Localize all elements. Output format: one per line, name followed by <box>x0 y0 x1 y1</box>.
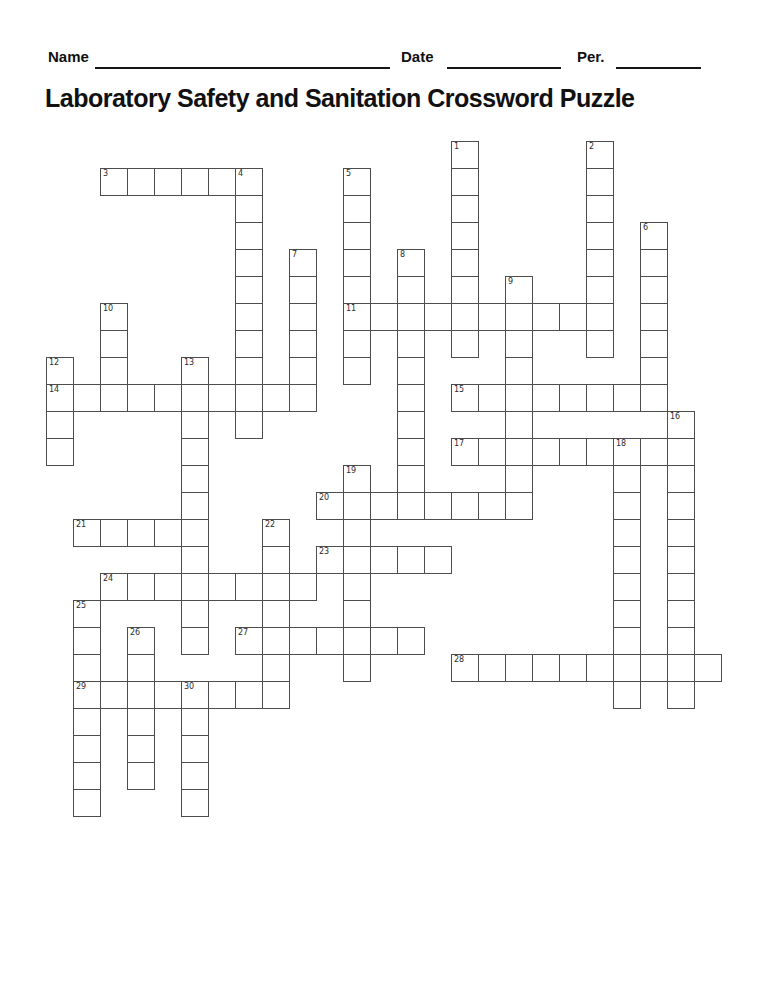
grid-cell[interactable] <box>262 546 290 574</box>
grid-cell[interactable] <box>694 654 722 682</box>
grid-cell[interactable] <box>181 384 209 412</box>
grid-cell[interactable]: 1 <box>451 141 479 169</box>
grid-cell[interactable] <box>505 411 533 439</box>
grid-cell[interactable] <box>154 384 182 412</box>
grid-cell[interactable] <box>181 411 209 439</box>
clue-number: 4 <box>238 169 243 179</box>
grid-cell[interactable]: 27 <box>235 627 263 655</box>
grid-cell[interactable] <box>667 519 695 547</box>
grid-cell[interactable] <box>343 276 371 304</box>
grid-cell[interactable] <box>100 681 128 709</box>
grid-cell[interactable] <box>343 600 371 628</box>
grid-cell[interactable] <box>505 303 533 331</box>
grid-cell[interactable]: 16 <box>667 411 695 439</box>
grid-cell[interactable] <box>289 627 317 655</box>
grid-cell[interactable] <box>478 303 506 331</box>
grid-cell[interactable] <box>478 654 506 682</box>
grid-cell[interactable] <box>370 492 398 520</box>
grid-cell[interactable] <box>289 330 317 358</box>
grid-cell[interactable] <box>451 195 479 223</box>
grid-cell[interactable] <box>640 276 668 304</box>
grid-cell[interactable] <box>586 654 614 682</box>
grid-cell[interactable] <box>667 492 695 520</box>
grid-cell[interactable] <box>73 762 101 790</box>
grid-cell[interactable] <box>667 438 695 466</box>
clue-number: 27 <box>238 628 248 638</box>
grid-cell[interactable]: 17 <box>451 438 479 466</box>
grid-cell[interactable] <box>397 627 425 655</box>
grid-cell[interactable] <box>370 627 398 655</box>
grid-cell[interactable] <box>397 330 425 358</box>
grid-cell[interactable] <box>73 627 101 655</box>
grid-cell[interactable] <box>451 222 479 250</box>
grid-cell[interactable] <box>181 492 209 520</box>
grid-cell[interactable] <box>127 519 155 547</box>
grid-cell[interactable] <box>397 357 425 385</box>
grid-cell[interactable] <box>262 384 290 412</box>
grid-cell[interactable] <box>451 249 479 277</box>
grid-cell[interactable] <box>181 708 209 736</box>
grid-cell[interactable] <box>73 654 101 682</box>
clue-number: 16 <box>670 412 680 422</box>
grid-cell[interactable] <box>235 276 263 304</box>
grid-cell[interactable] <box>640 330 668 358</box>
clue-number: 28 <box>454 655 464 665</box>
grid-cell[interactable] <box>235 222 263 250</box>
clue-number: 15 <box>454 385 464 395</box>
grid-cell[interactable] <box>127 735 155 763</box>
grid-cell[interactable] <box>235 195 263 223</box>
grid-cell[interactable] <box>505 330 533 358</box>
grid-cell[interactable]: 23 <box>316 546 344 574</box>
grid-cell[interactable] <box>235 357 263 385</box>
clue-number: 21 <box>76 520 86 530</box>
clue-number: 10 <box>103 304 113 314</box>
grid-cell[interactable] <box>262 573 290 601</box>
grid-cell[interactable] <box>640 303 668 331</box>
grid-cell[interactable] <box>586 384 614 412</box>
clue-number: 2 <box>589 142 594 152</box>
grid-cell[interactable]: 8 <box>397 249 425 277</box>
grid-cell[interactable]: 21 <box>73 519 101 547</box>
grid-cell[interactable] <box>478 384 506 412</box>
grid-cell[interactable] <box>343 546 371 574</box>
grid-cell[interactable] <box>289 573 317 601</box>
grid-cell[interactable] <box>532 654 560 682</box>
grid-cell[interactable] <box>451 168 479 196</box>
grid-cell[interactable] <box>154 573 182 601</box>
grid-cell[interactable] <box>505 465 533 493</box>
grid-cell[interactable] <box>397 303 425 331</box>
clue-number: 5 <box>346 169 351 179</box>
grid-cell[interactable] <box>127 384 155 412</box>
grid-cell[interactable]: 4 <box>235 168 263 196</box>
grid-cell[interactable] <box>397 465 425 493</box>
grid-cell[interactable] <box>613 492 641 520</box>
grid-cell[interactable] <box>397 546 425 574</box>
grid-cell[interactable] <box>640 438 668 466</box>
grid-cell[interactable] <box>181 573 209 601</box>
grid-cell[interactable] <box>343 519 371 547</box>
grid-cell[interactable] <box>370 546 398 574</box>
grid-cell[interactable] <box>505 438 533 466</box>
grid-cell[interactable] <box>586 303 614 331</box>
grid-cell[interactable]: 24 <box>100 573 128 601</box>
grid-cell[interactable] <box>100 330 128 358</box>
grid-cell[interactable] <box>559 303 587 331</box>
grid-cell[interactable] <box>208 168 236 196</box>
clue-number: 19 <box>346 466 356 476</box>
grid-cell[interactable]: 12 <box>46 357 74 385</box>
grid-cell[interactable] <box>343 654 371 682</box>
grid-cell[interactable] <box>667 627 695 655</box>
clue-number: 8 <box>400 250 405 260</box>
grid-cell[interactable] <box>181 600 209 628</box>
clue-number: 7 <box>292 250 297 260</box>
grid-cell[interactable] <box>127 168 155 196</box>
grid-cell[interactable] <box>316 627 344 655</box>
grid-cell[interactable] <box>127 762 155 790</box>
grid-cell[interactable] <box>667 546 695 574</box>
clue-number: 6 <box>643 223 648 233</box>
grid-cell[interactable] <box>127 708 155 736</box>
grid-cell[interactable] <box>370 303 398 331</box>
clue-number: 23 <box>319 547 329 557</box>
grid-cell[interactable] <box>235 411 263 439</box>
grid-cell[interactable]: 18 <box>613 438 641 466</box>
grid-cell[interactable] <box>559 384 587 412</box>
grid-cell[interactable] <box>235 249 263 277</box>
grid-cell[interactable] <box>343 195 371 223</box>
grid-cell[interactable]: 5 <box>343 168 371 196</box>
grid-cell[interactable] <box>397 492 425 520</box>
grid-cell[interactable] <box>289 357 317 385</box>
grid-cell[interactable] <box>667 654 695 682</box>
grid-cell[interactable] <box>181 519 209 547</box>
grid-cell[interactable]: 30 <box>181 681 209 709</box>
grid-cell[interactable] <box>640 249 668 277</box>
crossword-grid: 1234567891011121314151617181920212223242… <box>0 0 768 994</box>
clue-number: 9 <box>508 277 513 287</box>
grid-cell[interactable] <box>586 249 614 277</box>
grid-cell[interactable] <box>613 546 641 574</box>
grid-cell[interactable] <box>343 249 371 277</box>
grid-cell[interactable] <box>586 222 614 250</box>
grid-cell[interactable]: 29 <box>73 681 101 709</box>
grid-cell[interactable] <box>532 384 560 412</box>
grid-cell[interactable] <box>100 357 128 385</box>
grid-cell[interactable] <box>289 276 317 304</box>
clue-number: 30 <box>184 682 194 692</box>
clue-number: 14 <box>49 385 59 395</box>
clue-number: 20 <box>319 493 329 503</box>
grid-cell[interactable]: 3 <box>100 168 128 196</box>
grid-cell[interactable] <box>613 519 641 547</box>
grid-cell[interactable] <box>235 681 263 709</box>
grid-cell[interactable] <box>46 411 74 439</box>
grid-cell[interactable] <box>640 654 668 682</box>
grid-cell[interactable] <box>235 384 263 412</box>
grid-cell[interactable] <box>532 303 560 331</box>
grid-cell[interactable] <box>289 384 317 412</box>
grid-cell[interactable] <box>181 762 209 790</box>
grid-cell[interactable] <box>73 708 101 736</box>
grid-cell[interactable] <box>154 168 182 196</box>
grid-cell[interactable] <box>343 330 371 358</box>
grid-cell[interactable] <box>478 438 506 466</box>
grid-cell[interactable] <box>73 384 101 412</box>
grid-cell[interactable] <box>559 654 587 682</box>
clue-number: 17 <box>454 439 464 449</box>
grid-cell[interactable]: 2 <box>586 141 614 169</box>
grid-cell[interactable] <box>235 330 263 358</box>
grid-cell[interactable] <box>100 384 128 412</box>
grid-cell[interactable] <box>343 573 371 601</box>
clue-number: 22 <box>265 520 275 530</box>
grid-cell[interactable]: 28 <box>451 654 479 682</box>
clue-number: 18 <box>616 439 626 449</box>
clue-number: 13 <box>184 358 194 368</box>
grid-cell[interactable] <box>397 411 425 439</box>
grid-cell[interactable] <box>613 600 641 628</box>
grid-cell[interactable] <box>451 330 479 358</box>
grid-cell[interactable] <box>586 276 614 304</box>
grid-cell[interactable] <box>289 303 317 331</box>
grid-cell[interactable] <box>343 492 371 520</box>
grid-cell[interactable] <box>424 303 452 331</box>
grid-cell[interactable] <box>262 600 290 628</box>
grid-cell[interactable] <box>181 465 209 493</box>
grid-cell[interactable] <box>73 789 101 817</box>
grid-cell[interactable] <box>667 681 695 709</box>
grid-cell[interactable] <box>343 627 371 655</box>
grid-cell[interactable] <box>613 384 641 412</box>
grid-cell[interactable]: 15 <box>451 384 479 412</box>
grid-cell[interactable] <box>397 438 425 466</box>
grid-cell[interactable] <box>235 573 263 601</box>
worksheet-page: Name Date Per. Laboratory Safety and San… <box>0 0 768 994</box>
grid-cell[interactable] <box>613 627 641 655</box>
grid-cell[interactable] <box>613 573 641 601</box>
grid-cell[interactable] <box>667 465 695 493</box>
grid-cell[interactable] <box>181 168 209 196</box>
grid-cell[interactable]: 25 <box>73 600 101 628</box>
grid-cell[interactable] <box>424 492 452 520</box>
grid-cell[interactable]: 19 <box>343 465 371 493</box>
grid-cell[interactable] <box>505 384 533 412</box>
clue-number: 1 <box>454 142 459 152</box>
grid-cell[interactable]: 7 <box>289 249 317 277</box>
grid-cell[interactable] <box>613 654 641 682</box>
grid-cell[interactable] <box>451 492 479 520</box>
grid-cell[interactable] <box>343 222 371 250</box>
grid-cell[interactable] <box>586 330 614 358</box>
grid-cell[interactable] <box>73 735 101 763</box>
grid-cell[interactable] <box>397 276 425 304</box>
grid-cell[interactable] <box>667 573 695 601</box>
grid-cell[interactable] <box>613 681 641 709</box>
grid-cell[interactable] <box>451 303 479 331</box>
grid-cell[interactable] <box>505 357 533 385</box>
clue-number: 3 <box>103 169 108 179</box>
grid-cell[interactable]: 26 <box>127 627 155 655</box>
grid-cell[interactable] <box>640 384 668 412</box>
clue-number: 26 <box>130 628 140 638</box>
clue-number: 11 <box>346 304 356 314</box>
grid-cell[interactable] <box>262 627 290 655</box>
grid-cell[interactable] <box>613 465 641 493</box>
clue-number: 25 <box>76 601 86 611</box>
grid-cell[interactable] <box>262 681 290 709</box>
grid-cell[interactable] <box>235 303 263 331</box>
grid-cell[interactable] <box>667 600 695 628</box>
clue-number: 24 <box>103 574 113 584</box>
grid-cell[interactable] <box>478 492 506 520</box>
grid-cell[interactable] <box>181 627 209 655</box>
grid-cell[interactable] <box>100 519 128 547</box>
grid-cell[interactable] <box>559 438 587 466</box>
grid-cell[interactable] <box>505 492 533 520</box>
grid-cell[interactable] <box>586 168 614 196</box>
grid-cell[interactable] <box>424 546 452 574</box>
grid-cell[interactable] <box>586 438 614 466</box>
grid-cell[interactable] <box>154 519 182 547</box>
grid-cell[interactable] <box>208 384 236 412</box>
grid-cell[interactable] <box>181 735 209 763</box>
grid-cell[interactable] <box>127 654 155 682</box>
grid-cell[interactable] <box>181 546 209 574</box>
grid-cell[interactable] <box>181 438 209 466</box>
clue-number: 12 <box>49 358 59 368</box>
grid-cell[interactable] <box>451 276 479 304</box>
grid-cell[interactable] <box>532 438 560 466</box>
grid-cell[interactable] <box>343 357 371 385</box>
grid-cell[interactable] <box>127 681 155 709</box>
grid-cell[interactable]: 6 <box>640 222 668 250</box>
grid-cell[interactable] <box>46 438 74 466</box>
grid-cell[interactable]: 11 <box>343 303 371 331</box>
grid-cell[interactable]: 10 <box>100 303 128 331</box>
grid-cell[interactable] <box>208 573 236 601</box>
grid-cell[interactable] <box>397 384 425 412</box>
grid-cell[interactable]: 14 <box>46 384 74 412</box>
grid-cell[interactable] <box>127 573 155 601</box>
grid-cell[interactable] <box>640 357 668 385</box>
grid-cell[interactable] <box>181 789 209 817</box>
grid-cell[interactable]: 20 <box>316 492 344 520</box>
grid-cell[interactable] <box>586 195 614 223</box>
grid-cell[interactable]: 22 <box>262 519 290 547</box>
grid-cell[interactable] <box>208 681 236 709</box>
clue-number: 29 <box>76 682 86 692</box>
grid-cell[interactable]: 9 <box>505 276 533 304</box>
grid-cell[interactable] <box>262 654 290 682</box>
grid-cell[interactable] <box>154 681 182 709</box>
grid-cell[interactable]: 13 <box>181 357 209 385</box>
grid-cell[interactable] <box>505 654 533 682</box>
